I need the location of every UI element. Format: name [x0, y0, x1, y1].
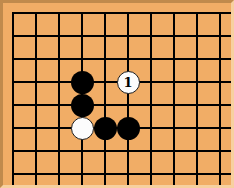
- board-intersection: [94, 48, 117, 71]
- board-intersection: [163, 71, 186, 94]
- board-intersection: [2, 140, 25, 163]
- board-intersection: [2, 117, 25, 140]
- board-intersection: [25, 163, 48, 186]
- board-intersection: [2, 2, 25, 25]
- board-intersection: [163, 2, 186, 25]
- board-intersection: [140, 117, 163, 140]
- board-intersection: [140, 48, 163, 71]
- board-intersection: [25, 25, 48, 48]
- board-intersection: [94, 94, 117, 117]
- board-intersection: [209, 140, 232, 163]
- board-intersection: [186, 48, 209, 71]
- board-intersection: [48, 2, 71, 25]
- board-intersection: [209, 2, 232, 25]
- board-intersection: [2, 48, 25, 71]
- board-intersection: [140, 71, 163, 94]
- board-intersection: [117, 48, 140, 71]
- board-intersection: [209, 48, 232, 71]
- board-intersection: [186, 71, 209, 94]
- board-intersection: [48, 25, 71, 48]
- board-intersection: [25, 117, 48, 140]
- board-intersection: [71, 163, 94, 186]
- board-intersection: [94, 2, 117, 25]
- go-board-diagram: 1: [0, 0, 234, 188]
- board-intersection: [48, 117, 71, 140]
- board-intersection: [94, 117, 117, 140]
- board-intersection: [25, 48, 48, 71]
- black-stone: [71, 94, 94, 117]
- board-intersection: 1: [117, 71, 140, 94]
- board-intersection: [186, 140, 209, 163]
- board-intersection: [209, 117, 232, 140]
- board-intersection: [94, 163, 117, 186]
- board-intersection: [186, 117, 209, 140]
- board-intersection: [186, 25, 209, 48]
- board-intersection: [71, 71, 94, 94]
- board-intersection: [140, 163, 163, 186]
- move-number-label: 1: [123, 75, 132, 88]
- board-intersection: [71, 94, 94, 117]
- board-intersection: [209, 163, 232, 186]
- board-intersection: [94, 25, 117, 48]
- board-intersection: [163, 48, 186, 71]
- board-intersection: [25, 2, 48, 25]
- black-stone: [117, 117, 140, 140]
- board-intersection: [186, 94, 209, 117]
- board-intersection: [25, 94, 48, 117]
- board-intersection: [2, 25, 25, 48]
- board-intersection: [48, 94, 71, 117]
- board-intersection: [71, 117, 94, 140]
- board-intersection: [186, 163, 209, 186]
- board-intersection: [94, 140, 117, 163]
- black-stone: [71, 71, 94, 94]
- board-intersection: [140, 94, 163, 117]
- board-intersection: [140, 25, 163, 48]
- board-intersection: [117, 117, 140, 140]
- black-stone: [94, 117, 117, 140]
- board-intersection: [48, 48, 71, 71]
- board-intersection: [117, 94, 140, 117]
- board-intersection: [140, 2, 163, 25]
- board-intersection: [25, 71, 48, 94]
- board-intersection: [48, 71, 71, 94]
- board-intersection: [94, 71, 117, 94]
- board-intersection: [163, 140, 186, 163]
- board-intersection: [2, 71, 25, 94]
- board-intersection: [117, 163, 140, 186]
- board-intersection: [71, 25, 94, 48]
- board-intersection: [117, 2, 140, 25]
- board-intersection: [71, 2, 94, 25]
- white-stone: [71, 117, 94, 140]
- board-intersection: [2, 163, 25, 186]
- board-intersection: [71, 140, 94, 163]
- board-intersection: [117, 140, 140, 163]
- board-intersection: [2, 94, 25, 117]
- board-intersection: [163, 163, 186, 186]
- board-intersection: [71, 48, 94, 71]
- board-intersection: [163, 117, 186, 140]
- board-intersection: [48, 163, 71, 186]
- board-intersection: [209, 94, 232, 117]
- board-intersection: [186, 2, 209, 25]
- goban-grid: 1: [2, 2, 232, 186]
- move-1-white-stone: 1: [117, 71, 140, 94]
- board-intersection: [163, 25, 186, 48]
- board-intersection: [48, 140, 71, 163]
- board-intersection: [140, 140, 163, 163]
- board-intersection: [209, 25, 232, 48]
- board-intersection: [25, 140, 48, 163]
- board-intersection: [209, 71, 232, 94]
- board-intersection: [163, 94, 186, 117]
- board-intersection: [117, 25, 140, 48]
